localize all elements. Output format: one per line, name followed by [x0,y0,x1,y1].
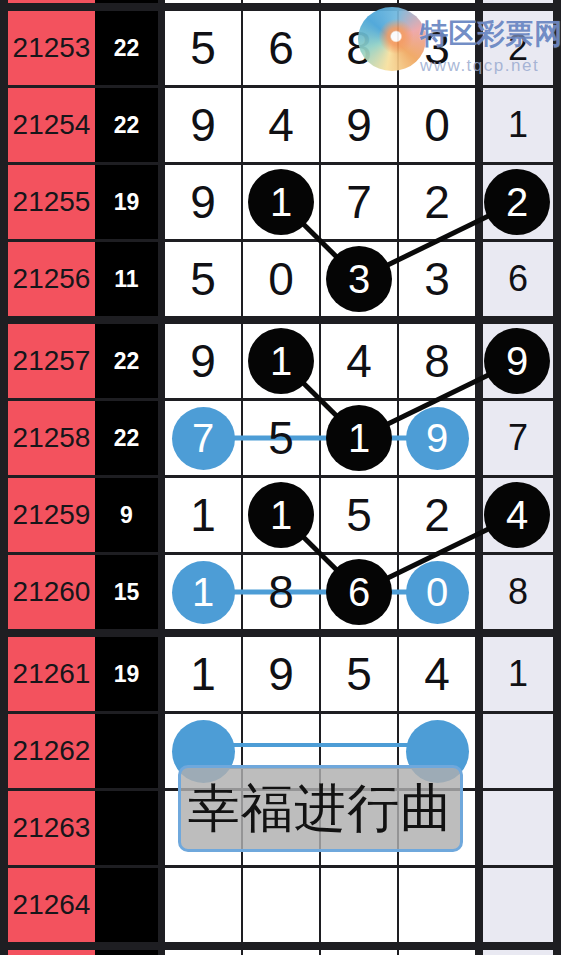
digit-cell: 8 [399,324,475,398]
annotation-label: 幸福进行曲 [188,774,453,844]
issue-cell[interactable]: 21255 [8,165,95,239]
partial-row-cell [321,0,397,3]
digit-cell [321,868,397,942]
sum-cell: 11 [95,242,158,316]
partial-row-cell [243,950,319,955]
tail-digit-cell [483,868,553,942]
digit-cell: 8 [243,555,319,629]
sum-cell: 22 [95,88,158,162]
digit-cell: 5 [165,11,241,85]
tail-digit-cell: 2 [483,11,553,85]
partial-row-cell [165,950,241,955]
partial-row-cell [8,0,95,3]
issue-cell[interactable]: 21259 [8,478,95,552]
black-marker-circle[interactable]: 4 [484,482,550,548]
partial-row-cell [8,950,95,955]
partial-row-cell [399,950,475,955]
digit-cell: 3 [399,242,475,316]
sum-cell: 22 [95,324,158,398]
blue-marker-circle[interactable]: 0 [406,561,469,624]
digit-cell: 8 [321,11,397,85]
digit-cell: 9 [165,324,241,398]
annotation-textbox[interactable]: 幸福进行曲 [178,765,463,852]
issue-cell[interactable]: 21257 [8,324,95,398]
digit-cell: 0 [243,242,319,316]
digit-cell: 3 [399,11,475,85]
digit-cell [399,868,475,942]
partial-row-cell [165,0,241,3]
sum-cell [95,791,158,865]
tail-digit-cell [483,791,553,865]
tail-digit-cell: 8 [483,555,553,629]
digit-cell: 0 [399,88,475,162]
black-marker-circle[interactable]: 9 [484,328,550,394]
issue-cell[interactable]: 21253 [8,11,95,85]
black-marker-circle[interactable]: 1 [248,169,314,235]
digit-cell: 1 [165,478,241,552]
digit-cell: 4 [399,637,475,711]
sum-cell: 15 [95,555,158,629]
black-marker-circle[interactable]: 6 [326,559,392,625]
digit-cell: 6 [243,11,319,85]
lottery-trend-chart-board: 2125322568322125422949012125519917222125… [0,0,563,955]
issue-cell[interactable]: 21261 [8,637,95,711]
sum-cell: 19 [95,165,158,239]
digit-cell: 9 [165,165,241,239]
digit-cell [165,868,241,942]
black-marker-circle[interactable]: 3 [326,246,392,312]
issue-cell[interactable]: 21258 [8,401,95,475]
tail-digit-cell [483,714,553,788]
issue-cell[interactable]: 21254 [8,88,95,162]
partial-row-cell [95,0,158,3]
sum-cell: 19 [95,637,158,711]
tail-digit-cell: 1 [483,637,553,711]
sum-cell [95,714,158,788]
sum-cell: 9 [95,478,158,552]
digit-cell: 4 [321,324,397,398]
digit-cell: 7 [321,165,397,239]
issue-cell[interactable]: 21262 [8,714,95,788]
blue-marker-circle[interactable]: 9 [406,407,469,470]
partial-row-cell [483,0,553,3]
black-marker-circle[interactable]: 1 [248,482,314,548]
digit-cell: 5 [321,637,397,711]
tail-digit-cell: 6 [483,242,553,316]
blue-marker-circle[interactable]: 1 [172,561,235,624]
tail-digit-cell: 1 [483,88,553,162]
digit-cell: 5 [321,478,397,552]
partial-row-cell [243,0,319,3]
black-marker-circle[interactable]: 1 [326,405,392,471]
partial-row-cell [399,0,475,3]
sum-cell: 22 [95,11,158,85]
issue-cell[interactable]: 21264 [8,868,95,942]
issue-cell[interactable]: 21256 [8,242,95,316]
issue-cell[interactable]: 21263 [8,791,95,865]
digit-cell: 4 [243,88,319,162]
digit-cell: 5 [165,242,241,316]
tail-digit-cell: 7 [483,401,553,475]
digit-cell: 9 [321,88,397,162]
sum-cell [95,868,158,942]
digit-cell [243,868,319,942]
digit-cell: 1 [165,637,241,711]
partial-row-cell [483,950,553,955]
digit-cell: 2 [399,165,475,239]
issue-cell[interactable]: 21260 [8,555,95,629]
partial-row-cell [95,950,158,955]
digit-cell: 5 [243,401,319,475]
blue-marker-circle[interactable]: 7 [172,407,235,470]
sum-cell: 22 [95,401,158,475]
digit-cell: 9 [165,88,241,162]
digit-cell: 9 [243,637,319,711]
black-marker-circle[interactable]: 1 [248,328,314,394]
digit-cell: 2 [399,478,475,552]
partial-row-cell [321,950,397,955]
black-marker-circle[interactable]: 2 [484,169,550,235]
